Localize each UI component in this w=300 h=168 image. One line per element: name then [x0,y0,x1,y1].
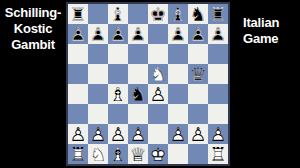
piece-white-pawn: ♟♙ [108,124,128,144]
variation-name-line-2: Game [243,31,299,47]
piece-black-rook: ♜♖ [208,4,228,24]
piece-black-pawn: ♟♙ [68,24,88,44]
square-c8[interactable]: ♝♗ [108,4,128,24]
square-f7[interactable]: ♟♙ [168,24,188,44]
piece-black-bishop: ♝♗ [108,4,128,24]
piece-white-pawn: ♟♙ [188,124,208,144]
piece-white-bishop: ♝♗ [108,144,128,164]
opening-name-line-2: Kostic [0,21,66,37]
square-e1[interactable]: ♚♔ [148,144,168,164]
square-d1[interactable]: ♛♕ [128,144,148,164]
piece-black-knight: ♞♘ [128,84,148,104]
piece-white-knight: ♞♘ [88,144,108,164]
square-f2[interactable]: ♟♙ [168,124,188,144]
square-e7[interactable] [148,24,168,44]
piece-white-pawn: ♟♙ [68,124,88,144]
opening-name-line-3: Gambit [0,37,66,53]
square-h8[interactable]: ♜♖ [208,4,228,24]
square-g6[interactable] [188,44,208,64]
square-f3[interactable] [168,104,188,124]
square-f6[interactable] [168,44,188,64]
piece-black-rook: ♜♖ [68,4,88,24]
square-e5[interactable]: ♞♘ [148,64,168,84]
square-g5[interactable]: ♛♕ [188,64,208,84]
piece-white-pawn: ♟♙ [168,124,188,144]
square-h4[interactable] [208,84,228,104]
piece-black-pawn: ♟♙ [88,24,108,44]
square-e6[interactable] [148,44,168,64]
square-d8[interactable] [128,4,148,24]
square-a7[interactable]: ♟♙ [68,24,88,44]
square-f4[interactable] [168,84,188,104]
square-d2[interactable]: ♟♙ [128,124,148,144]
piece-white-bishop: ♝♗ [108,84,128,104]
piece-white-knight: ♞♘ [148,64,168,84]
square-a6[interactable] [68,44,88,64]
square-d4[interactable]: ♞♘ [128,84,148,104]
piece-black-pawn: ♟♙ [108,24,128,44]
square-g1[interactable] [188,144,208,164]
piece-black-pawn: ♟♙ [208,24,228,44]
variation-name-line-1: Italian [243,15,299,31]
chess-board[interactable]: ♜♖♝♗♚♔♝♗♞♘♜♖♟♙♟♙♟♙♟♙♟♙♟♙♟♙♞♘♛♕♝♗♞♘♟♙♟♙♟♙… [66,2,230,166]
square-e3[interactable] [148,104,168,124]
piece-black-pawn: ♟♙ [128,24,148,44]
square-g4[interactable] [188,84,208,104]
square-d5[interactable] [128,64,148,84]
square-g8[interactable]: ♞♘ [188,4,208,24]
piece-black-bishop: ♝♗ [168,4,188,24]
square-a1[interactable]: ♜♖ [68,144,88,164]
piece-white-pawn: ♟♙ [88,124,108,144]
square-h2[interactable]: ♟♙ [208,124,228,144]
square-b3[interactable] [88,104,108,124]
opening-name-label: Schilling- Kostic Gambit [0,5,66,53]
square-a3[interactable] [68,104,88,124]
chess-diagram: Schilling- Kostic Gambit ♜♖♝♗♚♔♝♗♞♘♜♖♟♙♟… [0,0,300,168]
piece-white-pawn: ♟♙ [148,84,168,104]
square-f5[interactable] [168,64,188,84]
square-h1[interactable]: ♜♖ [208,144,228,164]
piece-black-knight: ♞♘ [188,4,208,24]
square-c4[interactable]: ♝♗ [108,84,128,104]
piece-white-pawn: ♟♙ [128,124,148,144]
piece-white-pawn: ♟♙ [208,124,228,144]
square-e2[interactable] [148,124,168,144]
square-f1[interactable] [168,144,188,164]
piece-black-pawn: ♟♙ [168,24,188,44]
square-g7[interactable]: ♟♙ [188,24,208,44]
piece-black-pawn: ♟♙ [188,24,208,44]
square-c5[interactable] [108,64,128,84]
square-b8[interactable] [88,4,108,24]
square-e4[interactable]: ♟♙ [148,84,168,104]
square-d3[interactable] [128,104,148,124]
square-a4[interactable] [68,84,88,104]
square-h6[interactable] [208,44,228,64]
square-b4[interactable] [88,84,108,104]
square-b6[interactable] [88,44,108,64]
square-a8[interactable]: ♜♖ [68,4,88,24]
square-e8[interactable]: ♚♔ [148,4,168,24]
square-g3[interactable] [188,104,208,124]
square-c3[interactable] [108,104,128,124]
square-b5[interactable] [88,64,108,84]
opening-name-line-1: Schilling- [0,5,66,21]
piece-white-rook: ♜♖ [208,144,228,164]
variation-name-label: Italian Game [243,15,299,47]
square-d7[interactable]: ♟♙ [128,24,148,44]
piece-black-king: ♚♔ [148,4,168,24]
square-b7[interactable]: ♟♙ [88,24,108,44]
square-a2[interactable]: ♟♙ [68,124,88,144]
square-d6[interactable] [128,44,148,64]
square-c1[interactable]: ♝♗ [108,144,128,164]
square-h5[interactable] [208,64,228,84]
square-c2[interactable]: ♟♙ [108,124,128,144]
square-b1[interactable]: ♞♘ [88,144,108,164]
piece-white-king: ♚♔ [148,144,168,164]
piece-black-queen: ♛♕ [188,64,208,84]
square-c6[interactable] [108,44,128,64]
piece-white-queen: ♛♕ [128,144,148,164]
square-c7[interactable]: ♟♙ [108,24,128,44]
square-a5[interactable] [68,64,88,84]
square-h3[interactable] [208,104,228,124]
piece-white-rook: ♜♖ [68,144,88,164]
square-f8[interactable]: ♝♗ [168,4,188,24]
square-g2[interactable]: ♟♙ [188,124,208,144]
square-b2[interactable]: ♟♙ [88,124,108,144]
square-h7[interactable]: ♟♙ [208,24,228,44]
